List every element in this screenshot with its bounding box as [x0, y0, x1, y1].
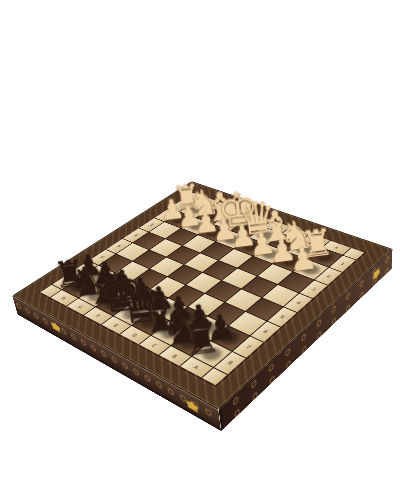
white-pawn-glyph: ♟: [158, 199, 220, 234]
coord-cell: 2: [155, 208, 179, 221]
white-pawn: ♟: [199, 225, 230, 242]
coord-cell: 3: [139, 218, 164, 232]
coord-cell: E: [246, 214, 272, 226]
white-king: ♚: [231, 221, 262, 238]
coord-cell: [184, 193, 202, 202]
coord-cell: 4: [123, 228, 148, 242]
white-rook: ♜: [180, 202, 210, 217]
square-e2: [216, 231, 248, 248]
white-pawn: ♟: [216, 231, 248, 248]
square-f1: [214, 214, 245, 230]
square-d3: [219, 249, 252, 268]
white-knight: ♞: [197, 208, 227, 224]
product-photo: HGFEDCBA1122334455667788HGFEDCBA ♜♞♝♛♚♝♞…: [0, 0, 400, 498]
coord-cell: F: [228, 208, 253, 220]
white-pawn-glyph: ♟: [192, 212, 256, 248]
square-g1: [197, 208, 227, 224]
black-rook: ♜: [193, 341, 232, 367]
square-f2: [199, 225, 230, 242]
square-f3: [183, 235, 215, 252]
square-g4: [150, 239, 182, 257]
white-pawn-glyph: ♟: [142, 193, 203, 227]
white-pawn: ♟: [182, 218, 213, 234]
white-pawn: ♟: [165, 212, 195, 228]
coord-cell: G: [211, 202, 236, 214]
square-g2: [182, 218, 213, 234]
white-bishop: ♝: [214, 214, 245, 230]
coord-cell: 5: [106, 239, 132, 254]
white-bishop-glyph: ♝: [189, 184, 252, 230]
square-h4: [133, 232, 164, 249]
square-e3: [201, 242, 233, 260]
chess-board: HGFEDCBA1122334455667788HGFEDCBA ♜♞♝♛♚♝♞…: [12, 181, 392, 410]
brass-clasp-icon: [372, 265, 381, 284]
square-e1: [231, 221, 262, 238]
square-f4: [167, 246, 199, 264]
white-pawn-glyph: ♟: [175, 206, 238, 241]
white-king-glyph: ♚: [206, 183, 271, 237]
square-h3: [149, 222, 180, 238]
black-rook-glyph: ♜: [162, 314, 241, 365]
board-tilt-wrapper: HGFEDCBA1122334455667788HGFEDCBA ♜♞♝♛♚♝♞…: [0, 0, 400, 498]
scene: HGFEDCBA1122334455667788HGFEDCBA ♜♞♝♛♚♝♞…: [0, 0, 400, 498]
square-g3: [166, 228, 197, 245]
white-rook-glyph: ♜: [157, 179, 217, 218]
square-h1: [180, 202, 210, 217]
piece-layer: ♜♞♝♛♚♝♞♜♟♟♟♟♟♟♟♟♟♟♟♟♟♟♟♟♜♞♝♛♚♝♞♜: [12, 181, 392, 410]
square-h2: [165, 212, 195, 228]
white-pawn: ♟: [294, 260, 328, 280]
square-e4: [185, 253, 218, 272]
white-knight-glyph: ♞: [173, 181, 235, 223]
coord-cell: H: [195, 196, 219, 207]
coord-cell: 1: [170, 199, 194, 212]
